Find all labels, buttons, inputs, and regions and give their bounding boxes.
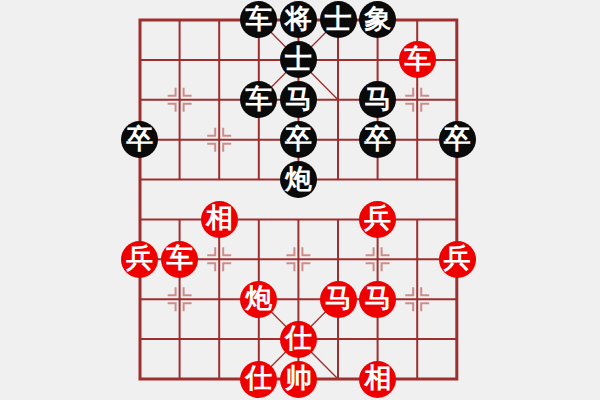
piece-red-advisor[interactable]: 仕 <box>280 321 317 358</box>
piece-black-soldier[interactable]: 卒 <box>439 121 476 158</box>
piece-red-cannon[interactable]: 炮 <box>240 281 277 318</box>
piece-red-advisor[interactable]: 仕 <box>240 361 277 398</box>
piece-black-elephant[interactable]: 象 <box>359 1 396 38</box>
piece-red-chariot[interactable]: 车 <box>399 41 436 78</box>
piece-black-advisor[interactable]: 士 <box>320 1 357 38</box>
piece-black-soldier[interactable]: 卒 <box>359 121 396 158</box>
piece-red-soldier[interactable]: 兵 <box>439 241 476 278</box>
piece-red-chariot[interactable]: 车 <box>161 241 198 278</box>
piece-black-horse[interactable]: 马 <box>359 81 396 118</box>
pieces-layer: 车将士象士车车马马卒卒卒卒炮相兵兵车兵炮马马仕仕帅相 <box>120 0 477 399</box>
piece-red-soldier[interactable]: 兵 <box>359 201 396 238</box>
piece-black-chariot[interactable]: 车 <box>240 1 277 38</box>
piece-red-soldier[interactable]: 兵 <box>121 241 158 278</box>
piece-black-chariot[interactable]: 车 <box>240 81 277 118</box>
piece-red-elephant[interactable]: 相 <box>359 361 396 398</box>
xiangqi-board: 车将士象士车车马马卒卒卒卒炮相兵兵车兵炮马马仕仕帅相 <box>0 0 600 400</box>
piece-red-elephant[interactable]: 相 <box>201 201 238 238</box>
piece-black-cannon[interactable]: 炮 <box>280 161 317 198</box>
piece-red-horse[interactable]: 马 <box>359 281 396 318</box>
piece-black-soldier[interactable]: 卒 <box>280 121 317 158</box>
piece-black-general[interactable]: 将 <box>280 1 317 38</box>
piece-red-general[interactable]: 帅 <box>280 361 317 398</box>
piece-black-soldier[interactable]: 卒 <box>121 121 158 158</box>
piece-black-advisor[interactable]: 士 <box>280 41 317 78</box>
piece-black-horse[interactable]: 马 <box>280 81 317 118</box>
piece-red-horse[interactable]: 马 <box>320 281 357 318</box>
